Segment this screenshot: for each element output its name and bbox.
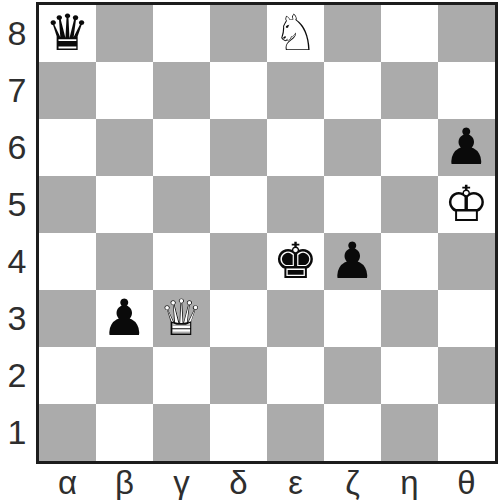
square-d7[interactable]	[210, 62, 267, 119]
square-b5[interactable]	[96, 176, 153, 233]
square-g3[interactable]	[381, 290, 438, 347]
square-e2[interactable]	[267, 347, 324, 404]
square-h7[interactable]	[438, 62, 495, 119]
rank-label-6: 6	[0, 119, 34, 176]
square-d4[interactable]	[210, 233, 267, 290]
square-g7[interactable]	[381, 62, 438, 119]
rank-labels: 87654321	[0, 5, 34, 461]
black-king[interactable]: ♚	[267, 233, 324, 290]
square-a5[interactable]	[39, 176, 96, 233]
file-label-zeta: ζ	[324, 462, 381, 500]
square-e7[interactable]	[267, 62, 324, 119]
black-king-glyph: ♚	[267, 233, 324, 290]
white-king[interactable]: ♚♔	[438, 176, 495, 233]
square-f6[interactable]	[324, 119, 381, 176]
square-a6[interactable]	[39, 119, 96, 176]
square-b4[interactable]	[96, 233, 153, 290]
black-pawn[interactable]: ♟	[438, 119, 495, 176]
square-c7[interactable]	[153, 62, 210, 119]
square-f7[interactable]	[324, 62, 381, 119]
square-e4[interactable]: ♚	[267, 233, 324, 290]
square-c8[interactable]	[153, 5, 210, 62]
square-h3[interactable]	[438, 290, 495, 347]
white-king-glyph: ♔	[438, 176, 495, 233]
square-h2[interactable]	[438, 347, 495, 404]
square-c5[interactable]	[153, 176, 210, 233]
square-g1[interactable]	[381, 404, 438, 461]
black-pawn-glyph: ♟	[438, 119, 495, 176]
square-d8[interactable]	[210, 5, 267, 62]
black-pawn-glyph: ♟	[96, 290, 153, 347]
square-c3[interactable]: ♛♕	[153, 290, 210, 347]
black-pawn-glyph: ♟	[324, 233, 381, 290]
rank-label-4: 4	[0, 233, 34, 290]
file-label-delta: δ	[210, 462, 267, 500]
white-knight[interactable]: ♞♘	[267, 5, 324, 62]
square-b2[interactable]	[96, 347, 153, 404]
square-f2[interactable]	[324, 347, 381, 404]
square-b1[interactable]	[96, 404, 153, 461]
square-h4[interactable]	[438, 233, 495, 290]
file-label-alpha: α	[39, 462, 96, 500]
black-queen-glyph: ♛	[39, 5, 96, 62]
square-e8[interactable]: ♞♘	[267, 5, 324, 62]
file-label-gamma: γ	[153, 462, 210, 500]
square-f4[interactable]: ♟	[324, 233, 381, 290]
rank-label-8: 8	[0, 5, 34, 62]
square-h6[interactable]: ♟	[438, 119, 495, 176]
square-f5[interactable]	[324, 176, 381, 233]
file-label-eta: η	[381, 462, 438, 500]
chess-diagram: 87654321 ♛♞♘♟♚♔♚♟♟♛♕ αβγδεζηθ	[0, 0, 500, 500]
square-c4[interactable]	[153, 233, 210, 290]
square-b6[interactable]	[96, 119, 153, 176]
square-d3[interactable]	[210, 290, 267, 347]
black-queen[interactable]: ♛	[39, 5, 96, 62]
square-a2[interactable]	[39, 347, 96, 404]
square-e5[interactable]	[267, 176, 324, 233]
square-c1[interactable]	[153, 404, 210, 461]
file-labels: αβγδεζηθ	[39, 462, 495, 500]
square-f3[interactable]	[324, 290, 381, 347]
square-d1[interactable]	[210, 404, 267, 461]
file-label-theta: θ	[438, 462, 495, 500]
rank-label-1: 1	[0, 404, 34, 461]
square-a8[interactable]: ♛	[39, 5, 96, 62]
square-e6[interactable]	[267, 119, 324, 176]
square-g2[interactable]	[381, 347, 438, 404]
rank-label-7: 7	[0, 62, 34, 119]
square-b8[interactable]	[96, 5, 153, 62]
square-g8[interactable]	[381, 5, 438, 62]
file-label-beta: β	[96, 462, 153, 500]
black-pawn[interactable]: ♟	[324, 233, 381, 290]
white-knight-glyph: ♘	[267, 5, 324, 62]
square-a3[interactable]	[39, 290, 96, 347]
square-a1[interactable]	[39, 404, 96, 461]
square-e3[interactable]	[267, 290, 324, 347]
square-d6[interactable]	[210, 119, 267, 176]
black-pawn[interactable]: ♟	[96, 290, 153, 347]
rank-label-2: 2	[0, 347, 34, 404]
square-b3[interactable]: ♟	[96, 290, 153, 347]
square-b7[interactable]	[96, 62, 153, 119]
square-e1[interactable]	[267, 404, 324, 461]
file-label-epsilon: ε	[267, 462, 324, 500]
square-f1[interactable]	[324, 404, 381, 461]
square-g6[interactable]	[381, 119, 438, 176]
square-a7[interactable]	[39, 62, 96, 119]
square-d2[interactable]	[210, 347, 267, 404]
square-h8[interactable]	[438, 5, 495, 62]
board: ♛♞♘♟♚♔♚♟♟♛♕	[36, 2, 498, 464]
square-g5[interactable]	[381, 176, 438, 233]
square-g4[interactable]	[381, 233, 438, 290]
square-d5[interactable]	[210, 176, 267, 233]
square-c2[interactable]	[153, 347, 210, 404]
rank-label-3: 3	[0, 290, 34, 347]
square-f8[interactable]	[324, 5, 381, 62]
square-h1[interactable]	[438, 404, 495, 461]
white-queen-glyph: ♕	[153, 290, 210, 347]
square-c6[interactable]	[153, 119, 210, 176]
rank-label-5: 5	[0, 176, 34, 233]
white-queen[interactable]: ♛♕	[153, 290, 210, 347]
square-a4[interactable]	[39, 233, 96, 290]
square-h5[interactable]: ♚♔	[438, 176, 495, 233]
